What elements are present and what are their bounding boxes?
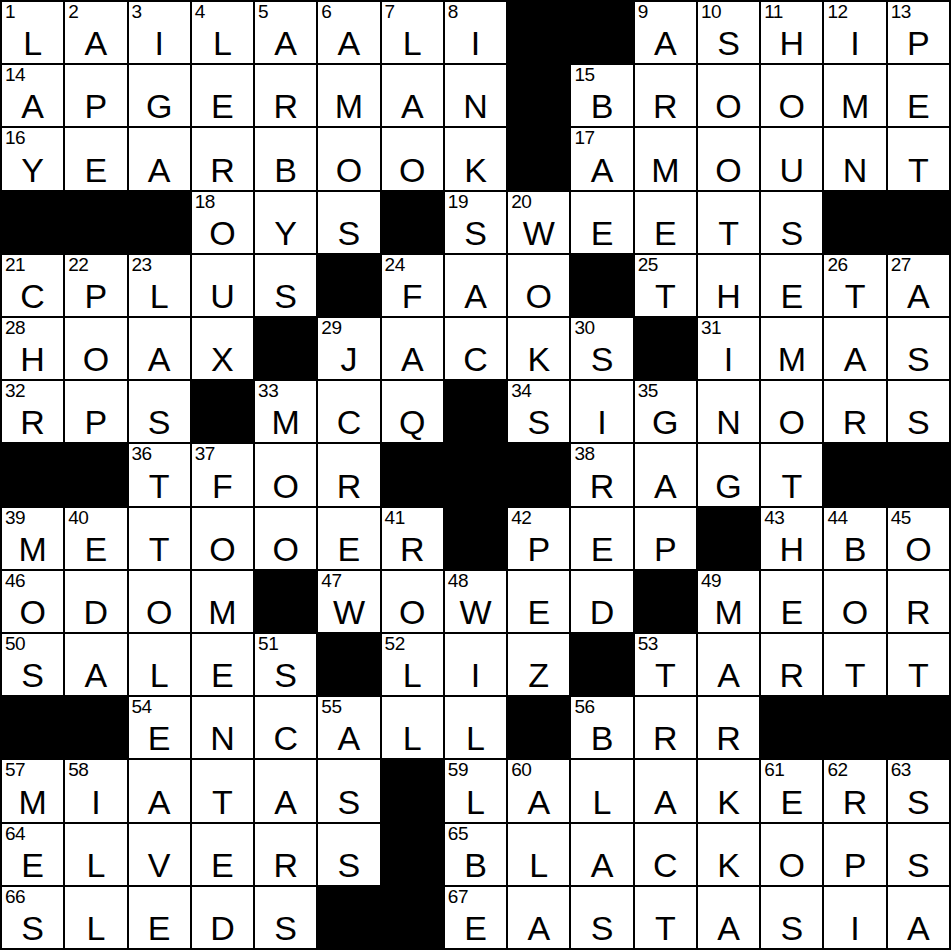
cell-letter: V xyxy=(129,848,190,882)
cell-r4c10[interactable]: E xyxy=(571,192,632,253)
cell-letter: M xyxy=(318,89,379,123)
cell-number: 65 xyxy=(448,824,468,845)
cell-r5c11[interactable]: 25T xyxy=(635,255,696,316)
cell-r2c10[interactable]: 15B xyxy=(571,65,632,126)
cell-r2c7[interactable]: A xyxy=(382,65,443,126)
cell-letter: R xyxy=(192,153,253,187)
cell-letter: O xyxy=(824,595,885,629)
cell-letter: A xyxy=(445,279,506,313)
cell-r11c9[interactable]: Z xyxy=(508,634,569,695)
cell-r3c1[interactable]: 16Y xyxy=(2,128,63,189)
cell-r8c12[interactable]: G xyxy=(698,444,759,505)
cell-r10c15[interactable]: R xyxy=(888,571,949,632)
cell-r7c5[interactable]: 33M xyxy=(255,381,316,442)
cell-r1c11[interactable]: 9A xyxy=(635,2,696,63)
cell-r14c8[interactable]: 65B xyxy=(445,824,506,885)
cell-r1c15[interactable]: 13P xyxy=(888,2,949,63)
cell-r10c1[interactable]: 46O xyxy=(2,571,63,632)
cell-number: 41 xyxy=(385,508,405,529)
cell-r2c12[interactable]: O xyxy=(698,65,759,126)
cell-letter: O xyxy=(888,532,949,566)
cell-r2c4[interactable]: E xyxy=(192,65,253,126)
cell-r2c14[interactable]: M xyxy=(824,65,885,126)
cell-letter: N xyxy=(192,721,253,755)
cell-r2c13[interactable]: O xyxy=(761,65,822,126)
cell-r9c7[interactable]: 41R xyxy=(382,508,443,569)
cell-letter: L xyxy=(129,658,190,692)
black-square xyxy=(382,824,443,885)
cell-letter: C xyxy=(255,721,316,755)
cell-letter: L xyxy=(382,26,443,60)
cell-r1c4[interactable]: 4L xyxy=(192,2,253,63)
cell-letter: N xyxy=(445,89,506,123)
cell-number: 31 xyxy=(701,318,721,339)
cell-r13c10[interactable]: L xyxy=(571,760,632,821)
cell-letter: Z xyxy=(508,658,569,692)
cell-letter: P xyxy=(635,532,696,566)
cell-r5c13[interactable]: E xyxy=(761,255,822,316)
cell-r11c14[interactable]: T xyxy=(824,634,885,695)
cell-letter: H xyxy=(761,26,822,60)
cell-r5c4[interactable]: U xyxy=(192,255,253,316)
cell-letter: O xyxy=(65,342,126,376)
cell-r3c3[interactable]: A xyxy=(129,128,190,189)
cell-letter: S xyxy=(888,785,949,819)
black-square xyxy=(445,381,506,442)
cell-r5c15[interactable]: 27A xyxy=(888,255,949,316)
cell-letter: S xyxy=(255,911,316,945)
cell-r7c12[interactable]: N xyxy=(698,381,759,442)
cell-number: 3 xyxy=(132,2,142,23)
cell-r13c2[interactable]: 58I xyxy=(65,760,126,821)
cell-r4c13[interactable]: S xyxy=(761,192,822,253)
cell-r13c1[interactable]: 57M xyxy=(2,760,63,821)
cell-r13c12[interactable]: K xyxy=(698,760,759,821)
cell-r6c10[interactable]: 30S xyxy=(571,318,632,379)
cell-r5c9[interactable]: O xyxy=(508,255,569,316)
cell-r8c10[interactable]: 38R xyxy=(571,444,632,505)
cell-letter: S xyxy=(318,848,379,882)
cell-r7c2[interactable]: P xyxy=(65,381,126,442)
cell-letter: C xyxy=(635,848,696,882)
cell-r6c8[interactable]: C xyxy=(445,318,506,379)
cell-letter: U xyxy=(192,279,253,313)
cell-r5c1[interactable]: 21C xyxy=(2,255,63,316)
cell-r14c13[interactable]: O xyxy=(761,824,822,885)
cell-number: 33 xyxy=(258,381,278,402)
cell-r15c8[interactable]: 67E xyxy=(445,887,506,948)
cell-letter: O xyxy=(2,595,63,629)
cell-number: 67 xyxy=(448,887,468,908)
cell-r3c13[interactable]: U xyxy=(761,128,822,189)
cell-r13c5[interactable]: A xyxy=(255,760,316,821)
cell-letter: I xyxy=(65,785,126,819)
cell-number: 6 xyxy=(321,2,331,23)
cell-r12c8[interactable]: L xyxy=(445,697,506,758)
cell-r11c2[interactable]: A xyxy=(65,634,126,695)
cell-r11c11[interactable]: 53T xyxy=(635,634,696,695)
cell-number: 40 xyxy=(68,508,88,529)
cell-r3c10[interactable]: 17A xyxy=(571,128,632,189)
cell-r4c12[interactable]: T xyxy=(698,192,759,253)
cell-r10c8[interactable]: 48W xyxy=(445,571,506,632)
cell-r10c4[interactable]: M xyxy=(192,571,253,632)
cell-letter: P xyxy=(65,279,126,313)
cell-number: 56 xyxy=(574,697,594,718)
cell-r15c5[interactable]: S xyxy=(255,887,316,948)
cell-r12c3[interactable]: 54E xyxy=(129,697,190,758)
cell-r2c11[interactable]: R xyxy=(635,65,696,126)
cell-r1c2[interactable]: 2A xyxy=(65,2,126,63)
cell-letter: M xyxy=(255,405,316,439)
cell-letter: S xyxy=(508,405,569,439)
cell-r14c14[interactable]: P xyxy=(824,824,885,885)
cell-r4c6[interactable]: S xyxy=(318,192,379,253)
cell-r6c14[interactable]: A xyxy=(824,318,885,379)
cell-r12c10[interactable]: 56B xyxy=(571,697,632,758)
cell-r13c14[interactable]: 62R xyxy=(824,760,885,821)
cell-r5c14[interactable]: 26T xyxy=(824,255,885,316)
cell-r10c9[interactable]: E xyxy=(508,571,569,632)
cell-r14c4[interactable]: E xyxy=(192,824,253,885)
cell-r13c3[interactable]: A xyxy=(129,760,190,821)
cell-letter: L xyxy=(571,785,632,819)
cell-r14c2[interactable]: L xyxy=(65,824,126,885)
cell-r14c5[interactable]: R xyxy=(255,824,316,885)
cell-r3c8[interactable]: K xyxy=(445,128,506,189)
cell-r6c2[interactable]: O xyxy=(65,318,126,379)
cell-r4c9[interactable]: 20W xyxy=(508,192,569,253)
cell-letter: B xyxy=(571,721,632,755)
cell-number: 45 xyxy=(891,508,911,529)
cell-r3c15[interactable]: T xyxy=(888,128,949,189)
cell-letter: S xyxy=(255,279,316,313)
cell-r7c6[interactable]: C xyxy=(318,381,379,442)
cell-number: 16 xyxy=(5,128,25,149)
cell-r14c15[interactable]: S xyxy=(888,824,949,885)
cell-r6c13[interactable]: M xyxy=(761,318,822,379)
cell-number: 63 xyxy=(891,760,911,781)
cell-r15c11[interactable]: T xyxy=(635,887,696,948)
cell-r8c6[interactable]: R xyxy=(318,444,379,505)
cell-r2c3[interactable]: G xyxy=(129,65,190,126)
cell-letter: T xyxy=(635,911,696,945)
cell-r2c6[interactable]: M xyxy=(318,65,379,126)
cell-r11c7[interactable]: 52L xyxy=(382,634,443,695)
cell-r1c8[interactable]: 8I xyxy=(445,2,506,63)
cell-r5c12[interactable]: H xyxy=(698,255,759,316)
cell-r8c5[interactable]: O xyxy=(255,444,316,505)
cell-r12c12[interactable]: R xyxy=(698,697,759,758)
cell-r10c2[interactable]: D xyxy=(65,571,126,632)
black-square xyxy=(2,697,63,758)
cell-letter: L xyxy=(2,26,63,60)
cell-r15c3[interactable]: E xyxy=(129,887,190,948)
cell-r7c1[interactable]: 32R xyxy=(2,381,63,442)
cell-r13c6[interactable]: S xyxy=(318,760,379,821)
cell-r9c6[interactable]: E xyxy=(318,508,379,569)
cell-letter: E xyxy=(129,911,190,945)
cell-letter: I xyxy=(571,405,632,439)
cell-r6c4[interactable]: X xyxy=(192,318,253,379)
cell-number: 58 xyxy=(68,760,88,781)
cell-r10c12[interactable]: 49M xyxy=(698,571,759,632)
cell-r13c8[interactable]: 59L xyxy=(445,760,506,821)
cell-r1c13[interactable]: 11H xyxy=(761,2,822,63)
cell-letter: S xyxy=(129,405,190,439)
cell-r1c7[interactable]: 7L xyxy=(382,2,443,63)
cell-r14c12[interactable]: K xyxy=(698,824,759,885)
cell-r1c5[interactable]: 5A xyxy=(255,2,316,63)
cell-r9c5[interactable]: O xyxy=(255,508,316,569)
cell-letter: S xyxy=(571,911,632,945)
cell-r2c2[interactable]: P xyxy=(65,65,126,126)
black-square xyxy=(508,697,569,758)
cell-r15c4[interactable]: D xyxy=(192,887,253,948)
cell-r10c7[interactable]: O xyxy=(382,571,443,632)
cell-letter: A xyxy=(2,89,63,123)
cell-r14c1[interactable]: 64E xyxy=(2,824,63,885)
cell-letter: N xyxy=(698,405,759,439)
cell-number: 61 xyxy=(764,760,784,781)
cell-r14c3[interactable]: V xyxy=(129,824,190,885)
cell-r4c5[interactable]: Y xyxy=(255,192,316,253)
cell-r3c14[interactable]: N xyxy=(824,128,885,189)
cell-r4c8[interactable]: 19S xyxy=(445,192,506,253)
cell-number: 50 xyxy=(5,634,25,655)
cell-r5c5[interactable]: S xyxy=(255,255,316,316)
cell-letter: K xyxy=(508,342,569,376)
cell-number: 52 xyxy=(385,634,405,655)
cell-r3c4[interactable]: R xyxy=(192,128,253,189)
cell-r10c10[interactable]: D xyxy=(571,571,632,632)
cell-r12c4[interactable]: N xyxy=(192,697,253,758)
cell-letter: L xyxy=(445,721,506,755)
cell-letter: A xyxy=(318,26,379,60)
cell-r9c9[interactable]: 42P xyxy=(508,508,569,569)
cell-letter: O xyxy=(508,279,569,313)
cell-r5c2[interactable]: 22P xyxy=(65,255,126,316)
cell-r8c4[interactable]: 37F xyxy=(192,444,253,505)
cell-r4c4[interactable]: 18O xyxy=(192,192,253,253)
cell-letter: O xyxy=(761,848,822,882)
cell-r10c6[interactable]: 47W xyxy=(318,571,379,632)
cell-letter: O xyxy=(255,532,316,566)
cell-r9c13[interactable]: 43H xyxy=(761,508,822,569)
cell-r8c3[interactable]: 36T xyxy=(129,444,190,505)
cell-letter: K xyxy=(445,153,506,187)
cell-r15c14[interactable]: I xyxy=(824,887,885,948)
cell-letter: R xyxy=(255,89,316,123)
black-square xyxy=(129,192,190,253)
cell-r15c12[interactable]: A xyxy=(698,887,759,948)
cell-r7c15[interactable]: S xyxy=(888,381,949,442)
cell-r2c1[interactable]: 14A xyxy=(2,65,63,126)
cell-r5c7[interactable]: 24F xyxy=(382,255,443,316)
cell-r1c3[interactable]: 3I xyxy=(129,2,190,63)
cell-letter: T xyxy=(761,469,822,503)
cell-r9c14[interactable]: 44B xyxy=(824,508,885,569)
cell-r2c8[interactable]: N xyxy=(445,65,506,126)
cell-letter: H xyxy=(2,342,63,376)
cell-letter: Y xyxy=(2,153,63,187)
cell-letter: F xyxy=(382,279,443,313)
black-square xyxy=(65,192,126,253)
cell-r7c9[interactable]: 34S xyxy=(508,381,569,442)
cell-r2c5[interactable]: R xyxy=(255,65,316,126)
cell-r13c4[interactable]: T xyxy=(192,760,253,821)
cell-number: 59 xyxy=(448,760,468,781)
cell-r11c1[interactable]: 50S xyxy=(2,634,63,695)
cell-r10c13[interactable]: E xyxy=(761,571,822,632)
cell-r14c9[interactable]: L xyxy=(508,824,569,885)
cell-r6c3[interactable]: A xyxy=(129,318,190,379)
cell-letter: O xyxy=(698,89,759,123)
cell-r11c5[interactable]: 51S xyxy=(255,634,316,695)
cell-r14c11[interactable]: C xyxy=(635,824,696,885)
cell-r15c2[interactable]: L xyxy=(65,887,126,948)
cell-r9c1[interactable]: 39M xyxy=(2,508,63,569)
cell-r14c10[interactable]: A xyxy=(571,824,632,885)
cell-number: 5 xyxy=(258,2,268,23)
black-square xyxy=(382,444,443,505)
cell-letter: A xyxy=(635,785,696,819)
cell-number: 12 xyxy=(827,2,847,23)
cell-letter: Q xyxy=(382,405,443,439)
cell-r7c10[interactable]: I xyxy=(571,381,632,442)
cell-r9c11[interactable]: P xyxy=(635,508,696,569)
cell-letter: M xyxy=(824,89,885,123)
cell-r13c13[interactable]: 61E xyxy=(761,760,822,821)
cell-r1c6[interactable]: 6A xyxy=(318,2,379,63)
black-square xyxy=(635,571,696,632)
cell-number: 24 xyxy=(385,255,405,276)
black-square xyxy=(508,2,569,63)
black-square xyxy=(255,318,316,379)
cell-r15c10[interactable]: S xyxy=(571,887,632,948)
cell-letter: S xyxy=(761,911,822,945)
cell-number: 26 xyxy=(827,255,847,276)
cell-r15c15[interactable]: A xyxy=(888,887,949,948)
cell-r3c5[interactable]: B xyxy=(255,128,316,189)
cell-r8c13[interactable]: T xyxy=(761,444,822,505)
cell-letter: T xyxy=(129,469,190,503)
cell-number: 13 xyxy=(891,2,911,23)
cell-r13c9[interactable]: 60A xyxy=(508,760,569,821)
cell-letter: E xyxy=(635,216,696,250)
cell-number: 47 xyxy=(321,571,341,592)
cell-r7c7[interactable]: Q xyxy=(382,381,443,442)
cell-r6c6[interactable]: 29J xyxy=(318,318,379,379)
black-square xyxy=(508,65,569,126)
cell-letter: W xyxy=(508,216,569,250)
cell-r5c3[interactable]: 23L xyxy=(129,255,190,316)
cell-letter: I xyxy=(129,26,190,60)
cell-r7c13[interactable]: O xyxy=(761,381,822,442)
cell-r14c6[interactable]: S xyxy=(318,824,379,885)
cell-r9c10[interactable]: E xyxy=(571,508,632,569)
cell-letter: Y xyxy=(255,216,316,250)
cell-letter: D xyxy=(571,595,632,629)
cell-r15c13[interactable]: S xyxy=(761,887,822,948)
cell-number: 8 xyxy=(448,2,458,23)
cell-letter: I xyxy=(445,658,506,692)
cell-number: 62 xyxy=(827,760,847,781)
cell-number: 42 xyxy=(511,508,531,529)
cell-r15c9[interactable]: A xyxy=(508,887,569,948)
cell-r6c15[interactable]: S xyxy=(888,318,949,379)
cell-r9c2[interactable]: 40E xyxy=(65,508,126,569)
cell-r2c15[interactable]: E xyxy=(888,65,949,126)
cell-letter: U xyxy=(761,153,822,187)
cell-r7c11[interactable]: 35G xyxy=(635,381,696,442)
cell-r12c5[interactable]: C xyxy=(255,697,316,758)
cell-letter: A xyxy=(698,658,759,692)
cell-r11c3[interactable]: L xyxy=(129,634,190,695)
cell-number: 34 xyxy=(511,381,531,402)
cell-r11c4[interactable]: E xyxy=(192,634,253,695)
cell-r3c11[interactable]: M xyxy=(635,128,696,189)
cell-r9c3[interactable]: T xyxy=(129,508,190,569)
cell-r3c7[interactable]: O xyxy=(382,128,443,189)
black-square xyxy=(571,634,632,695)
cell-r7c14[interactable]: R xyxy=(824,381,885,442)
cell-r3c12[interactable]: O xyxy=(698,128,759,189)
cell-r12c7[interactable]: L xyxy=(382,697,443,758)
cell-r12c11[interactable]: R xyxy=(635,697,696,758)
cell-r6c12[interactable]: 31I xyxy=(698,318,759,379)
cell-r6c1[interactable]: 28H xyxy=(2,318,63,379)
cell-r15c1[interactable]: 66S xyxy=(2,887,63,948)
cell-letter: C xyxy=(318,405,379,439)
cell-r13c11[interactable]: A xyxy=(635,760,696,821)
cell-r11c15[interactable]: T xyxy=(888,634,949,695)
cell-letter: E xyxy=(761,279,822,313)
cell-r3c2[interactable]: E xyxy=(65,128,126,189)
cell-r11c13[interactable]: R xyxy=(761,634,822,695)
cell-r6c9[interactable]: K xyxy=(508,318,569,379)
cell-r3c6[interactable]: O xyxy=(318,128,379,189)
cell-letter: I xyxy=(698,342,759,376)
cell-letter: T xyxy=(698,216,759,250)
black-square xyxy=(508,444,569,505)
cell-r1c1[interactable]: 1L xyxy=(2,2,63,63)
cell-r6c7[interactable]: A xyxy=(382,318,443,379)
cell-r8c11[interactable]: A xyxy=(635,444,696,505)
cell-r9c15[interactable]: 45O xyxy=(888,508,949,569)
cell-r11c8[interactable]: I xyxy=(445,634,506,695)
cell-letter: E xyxy=(445,911,506,945)
cell-r11c12[interactable]: A xyxy=(698,634,759,695)
cell-number: 25 xyxy=(638,255,658,276)
black-square xyxy=(571,2,632,63)
cell-letter: P xyxy=(824,848,885,882)
cell-r10c3[interactable]: O xyxy=(129,571,190,632)
black-square xyxy=(761,697,822,758)
cell-r1c12[interactable]: 10S xyxy=(698,2,759,63)
cell-r4c11[interactable]: E xyxy=(635,192,696,253)
cell-number: 35 xyxy=(638,381,658,402)
cell-r10c14[interactable]: O xyxy=(824,571,885,632)
cell-r1c14[interactable]: 12I xyxy=(824,2,885,63)
cell-r9c4[interactable]: O xyxy=(192,508,253,569)
cell-r13c15[interactable]: 63S xyxy=(888,760,949,821)
cell-number: 32 xyxy=(5,381,25,402)
cell-letter: R xyxy=(761,658,822,692)
cell-r5c8[interactable]: A xyxy=(445,255,506,316)
cell-r7c3[interactable]: S xyxy=(129,381,190,442)
cell-r12c6[interactable]: 55A xyxy=(318,697,379,758)
